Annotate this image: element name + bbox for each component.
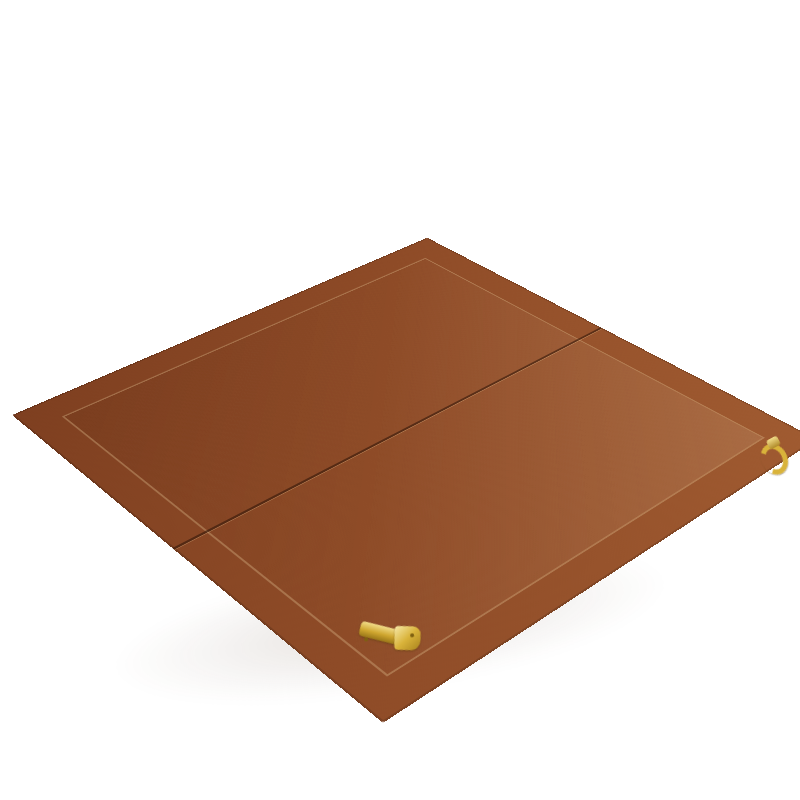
brass-latch-hasp xyxy=(394,626,421,651)
brass-screw xyxy=(364,637,369,642)
